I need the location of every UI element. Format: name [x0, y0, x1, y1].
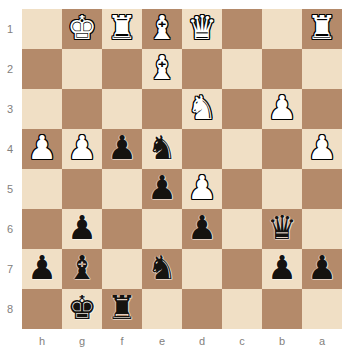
square-h4[interactable]: ♟ — [22, 129, 62, 169]
black-knight[interactable]: ♞ — [147, 128, 177, 168]
black-bishop[interactable]: ♝ — [67, 248, 97, 288]
square-d8[interactable] — [182, 289, 222, 329]
black-pawn[interactable]: ♟ — [187, 208, 217, 248]
square-d3[interactable]: ♞ — [182, 89, 222, 129]
square-f6[interactable] — [102, 209, 142, 249]
black-pawn[interactable]: ♟ — [307, 248, 337, 288]
square-e6[interactable] — [142, 209, 182, 249]
black-rook[interactable]: ♜ — [107, 288, 137, 328]
square-e2[interactable]: ♝ — [142, 49, 182, 89]
square-e5[interactable]: ♟ — [142, 169, 182, 209]
black-pawn[interactable]: ♟ — [147, 168, 177, 208]
black-pawn[interactable]: ♟ — [67, 208, 97, 248]
file-labels: hgfedcba — [22, 330, 342, 352]
square-b8[interactable] — [262, 289, 302, 329]
square-f8[interactable]: ♜ — [102, 289, 142, 329]
square-c6[interactable] — [222, 209, 262, 249]
square-h6[interactable] — [22, 209, 62, 249]
black-pawn[interactable]: ♟ — [107, 128, 137, 168]
square-e7[interactable]: ♞ — [142, 249, 182, 289]
square-b6[interactable]: ♛ — [262, 209, 302, 249]
square-d4[interactable] — [182, 129, 222, 169]
white-pawn[interactable]: ♟ — [27, 128, 57, 168]
square-f1[interactable]: ♜ — [102, 9, 142, 49]
square-e3[interactable] — [142, 89, 182, 129]
square-e4[interactable]: ♞ — [142, 129, 182, 169]
square-f5[interactable] — [102, 169, 142, 209]
square-b5[interactable] — [262, 169, 302, 209]
square-a8[interactable] — [302, 289, 342, 329]
white-pawn[interactable]: ♟ — [307, 128, 337, 168]
square-c4[interactable] — [222, 129, 262, 169]
rank-label-5: 5 — [0, 169, 20, 209]
square-h5[interactable] — [22, 169, 62, 209]
square-g3[interactable] — [62, 89, 102, 129]
square-g1[interactable]: ♚ — [62, 9, 102, 49]
square-h2[interactable] — [22, 49, 62, 89]
square-a5[interactable] — [302, 169, 342, 209]
square-c8[interactable] — [222, 289, 262, 329]
square-h8[interactable] — [22, 289, 62, 329]
file-label-g: g — [62, 330, 102, 352]
square-d5[interactable]: ♟ — [182, 169, 222, 209]
square-b4[interactable] — [262, 129, 302, 169]
white-bishop[interactable]: ♝ — [147, 48, 177, 88]
white-queen[interactable]: ♛ — [187, 8, 217, 48]
file-label-e: e — [142, 330, 182, 352]
rank-label-4: 4 — [0, 129, 20, 169]
white-bishop[interactable]: ♝ — [147, 8, 177, 48]
square-g4[interactable]: ♟ — [62, 129, 102, 169]
rank-label-1: 1 — [0, 9, 20, 49]
rank-label-2: 2 — [0, 49, 20, 89]
square-h1[interactable] — [22, 9, 62, 49]
white-rook[interactable]: ♜ — [107, 8, 137, 48]
file-label-c: c — [222, 330, 262, 352]
square-f3[interactable] — [102, 89, 142, 129]
chess-board-panel: 12345678 ♚♜♝♛♜♝♞♟♟♟♟♞♟♟♟♟♟♛♟♝♞♟♟♚♜ hgfed… — [0, 0, 350, 352]
rank-labels: 12345678 — [0, 9, 20, 329]
square-d6[interactable]: ♟ — [182, 209, 222, 249]
square-g5[interactable] — [62, 169, 102, 209]
square-f4[interactable]: ♟ — [102, 129, 142, 169]
white-king[interactable]: ♚ — [67, 8, 97, 48]
white-rook[interactable]: ♜ — [307, 8, 337, 48]
square-a7[interactable]: ♟ — [302, 249, 342, 289]
file-label-f: f — [102, 330, 142, 352]
square-c3[interactable] — [222, 89, 262, 129]
square-b3[interactable]: ♟ — [262, 89, 302, 129]
square-c2[interactable] — [222, 49, 262, 89]
square-b1[interactable] — [262, 9, 302, 49]
white-pawn[interactable]: ♟ — [187, 168, 217, 208]
rank-label-3: 3 — [0, 89, 20, 129]
square-d7[interactable] — [182, 249, 222, 289]
file-label-d: d — [182, 330, 222, 352]
square-b7[interactable]: ♟ — [262, 249, 302, 289]
rank-label-8: 8 — [0, 289, 20, 329]
square-g2[interactable] — [62, 49, 102, 89]
white-knight[interactable]: ♞ — [187, 88, 217, 128]
square-e1[interactable]: ♝ — [142, 9, 182, 49]
file-label-a: a — [302, 330, 342, 352]
square-a1[interactable]: ♜ — [302, 9, 342, 49]
square-c7[interactable] — [222, 249, 262, 289]
rank-label-7: 7 — [0, 249, 20, 289]
square-h7[interactable]: ♟ — [22, 249, 62, 289]
square-b2[interactable] — [262, 49, 302, 89]
file-label-h: h — [22, 330, 62, 352]
square-c5[interactable] — [222, 169, 262, 209]
white-pawn[interactable]: ♟ — [267, 88, 297, 128]
black-knight[interactable]: ♞ — [147, 248, 177, 288]
board[interactable]: ♚♜♝♛♜♝♞♟♟♟♟♞♟♟♟♟♟♛♟♝♞♟♟♚♜ — [22, 9, 342, 329]
square-h3[interactable] — [22, 89, 62, 129]
square-c1[interactable] — [222, 9, 262, 49]
rank-label-6: 6 — [0, 209, 20, 249]
file-label-b: b — [262, 330, 302, 352]
square-g7[interactable]: ♝ — [62, 249, 102, 289]
square-f7[interactable] — [102, 249, 142, 289]
black-pawn[interactable]: ♟ — [267, 248, 297, 288]
square-f2[interactable] — [102, 49, 142, 89]
square-d1[interactable]: ♛ — [182, 9, 222, 49]
black-queen[interactable]: ♛ — [267, 208, 297, 248]
black-pawn[interactable]: ♟ — [27, 248, 57, 288]
black-king[interactable]: ♚ — [67, 288, 97, 328]
square-g8[interactable]: ♚ — [62, 289, 102, 329]
square-d2[interactable] — [182, 49, 222, 89]
square-e8[interactable] — [142, 289, 182, 329]
square-a4[interactable]: ♟ — [302, 129, 342, 169]
square-a6[interactable] — [302, 209, 342, 249]
square-g6[interactable]: ♟ — [62, 209, 102, 249]
white-pawn[interactable]: ♟ — [67, 128, 97, 168]
square-a2[interactable] — [302, 49, 342, 89]
square-a3[interactable] — [302, 89, 342, 129]
